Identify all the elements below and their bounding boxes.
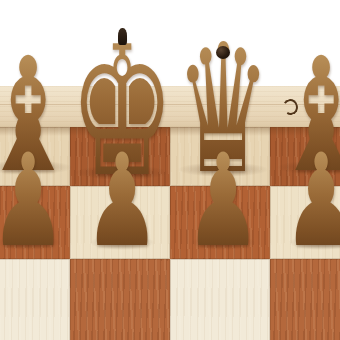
square-e2	[70, 186, 170, 259]
board-edge-rail	[0, 86, 340, 128]
photo-stage: ♝♚♛♝♟♟♟♟	[0, 0, 340, 340]
king-black-finial	[118, 28, 127, 45]
square-d1	[170, 127, 270, 186]
square-c3	[270, 259, 340, 340]
board	[0, 127, 340, 340]
square-d2	[170, 186, 270, 259]
board-viewport	[0, 127, 340, 340]
square-e3	[70, 259, 170, 340]
square-e1	[70, 127, 170, 186]
queen-black-finial	[216, 46, 230, 59]
hinge-icon	[281, 97, 299, 116]
square-f2	[0, 186, 70, 259]
square-f3	[0, 259, 70, 340]
square-d3	[170, 259, 270, 340]
square-c1	[270, 127, 340, 186]
square-f1	[0, 127, 70, 186]
square-c2	[270, 186, 340, 259]
